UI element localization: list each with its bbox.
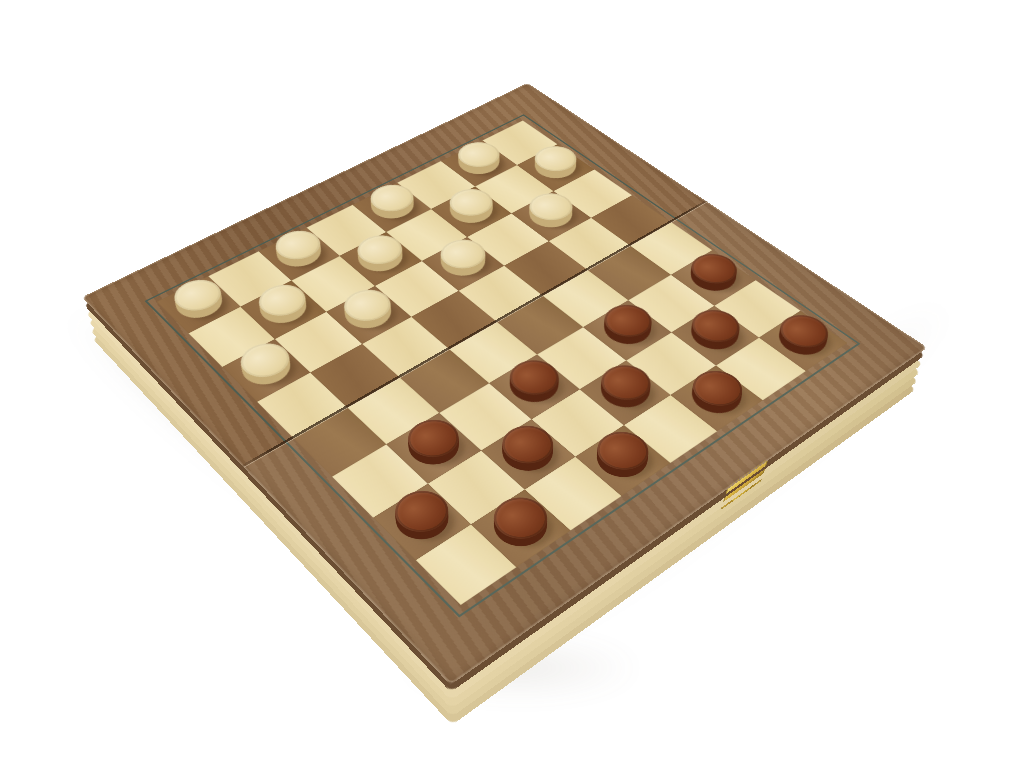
checker-piece-light[interactable] [233, 346, 299, 393]
product-photo-stage [0, 0, 1024, 767]
checker-piece-light[interactable] [251, 288, 315, 331]
checker-piece-light[interactable] [167, 283, 230, 326]
perspective-wrapper [0, 0, 1024, 767]
board-square-2-0[interactable] [222, 339, 310, 402]
checkers-board [81, 83, 927, 685]
checker-piece-light[interactable] [350, 239, 412, 279]
board-surface [81, 83, 927, 685]
